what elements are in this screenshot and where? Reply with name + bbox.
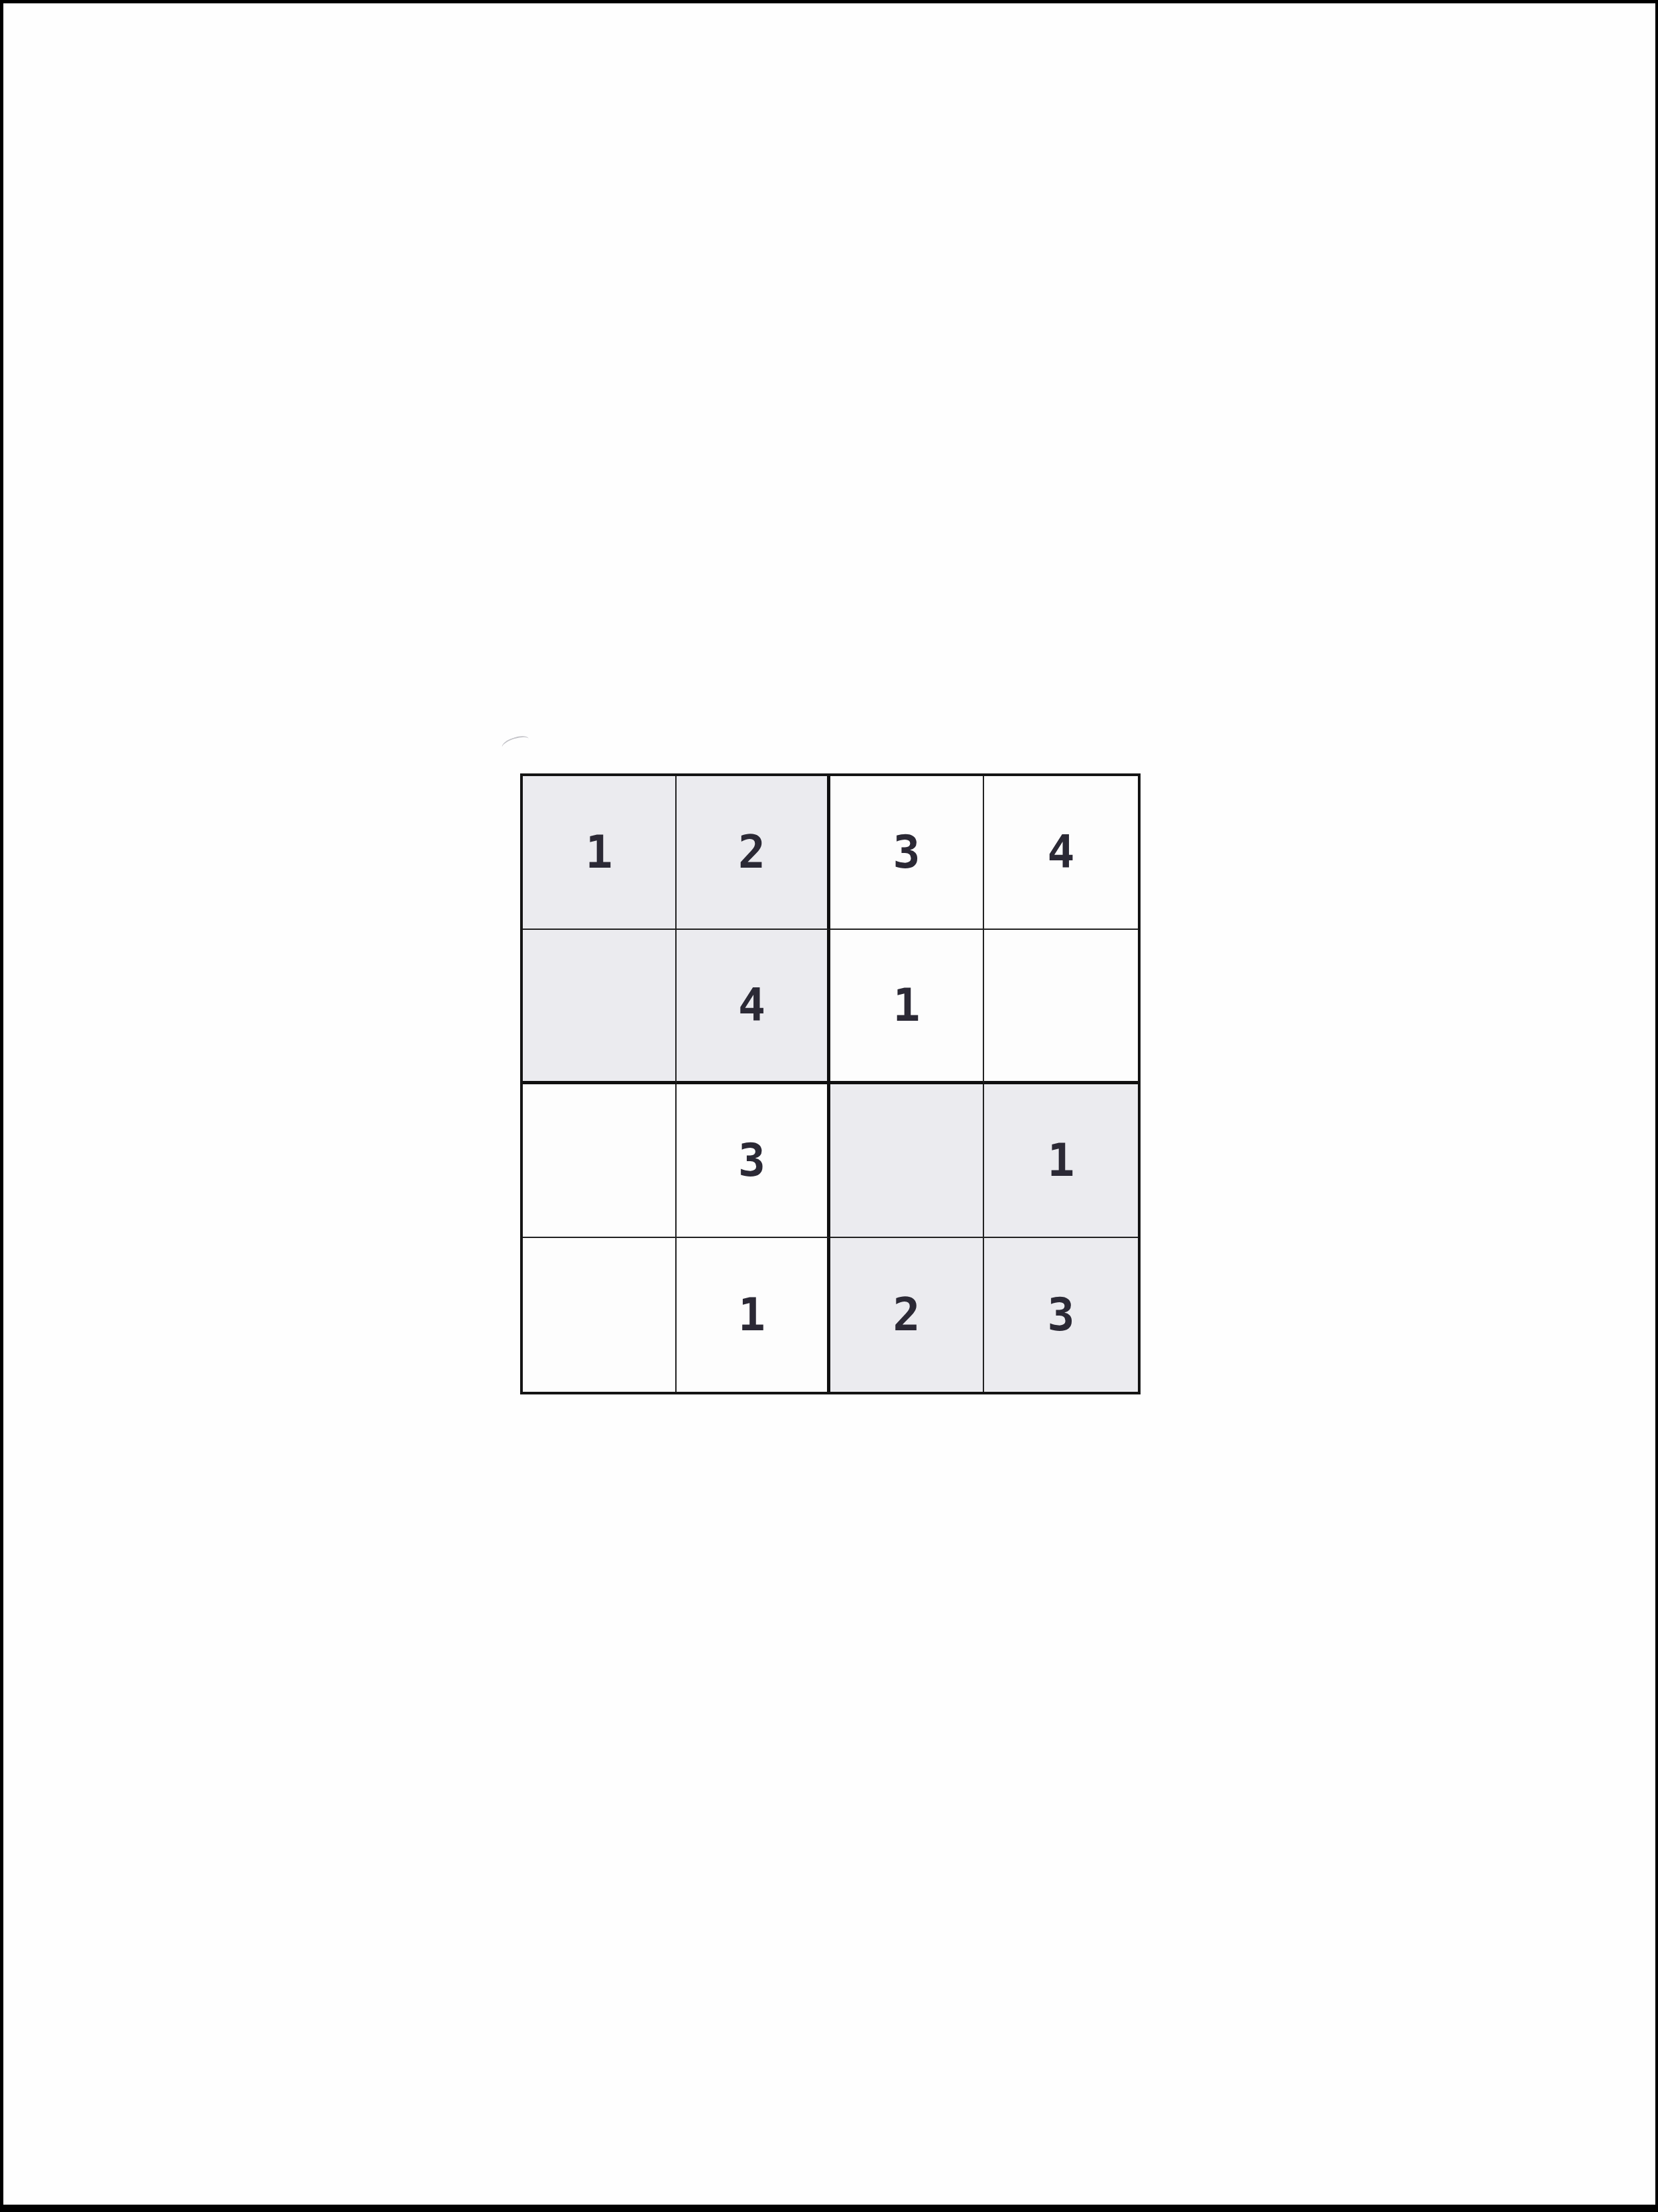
cell-r4c2[interactable]: 1 bbox=[677, 1238, 830, 1392]
sudoku-board: 1 2 3 4 4 1 3 1 1 2 3 bbox=[520, 773, 1141, 1394]
cell-r3c4[interactable]: 1 bbox=[984, 1084, 1138, 1238]
pencil-scan-artifact bbox=[500, 733, 531, 753]
cell-r4c4[interactable]: 3 bbox=[984, 1238, 1138, 1392]
cell-r2c2[interactable]: 4 bbox=[677, 930, 830, 1084]
printable-page: 1 2 3 4 4 1 3 1 1 2 3 bbox=[0, 0, 1658, 2212]
cell-r3c1[interactable] bbox=[523, 1084, 677, 1238]
cell-r2c3[interactable]: 1 bbox=[830, 930, 984, 1084]
cell-r2c4[interactable] bbox=[984, 930, 1138, 1084]
cell-r1c2[interactable]: 2 bbox=[677, 776, 830, 930]
cell-r3c2[interactable]: 3 bbox=[677, 1084, 830, 1238]
cell-r1c4[interactable]: 4 bbox=[984, 776, 1138, 930]
cell-r4c3[interactable]: 2 bbox=[830, 1238, 984, 1392]
cell-r1c3[interactable]: 3 bbox=[830, 776, 984, 930]
cell-r1c1[interactable]: 1 bbox=[523, 776, 677, 930]
cell-r4c1[interactable] bbox=[523, 1238, 677, 1392]
cell-r3c3[interactable] bbox=[830, 1084, 984, 1238]
cell-r2c1[interactable] bbox=[523, 930, 677, 1084]
